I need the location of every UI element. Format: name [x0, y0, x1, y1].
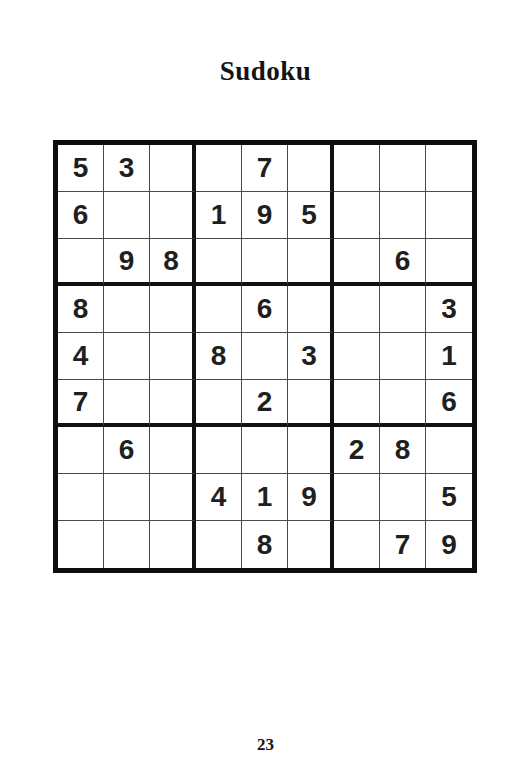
sudoku-cell-r4c8 [380, 286, 426, 333]
sudoku-cell-r6c2 [104, 380, 150, 427]
sudoku-cell-r4c7 [334, 286, 380, 333]
sudoku-cell-r4c5: 6 [242, 286, 288, 333]
sudoku-cell-r2c3 [150, 192, 196, 239]
sudoku-cell-r7c9 [426, 427, 472, 474]
sudoku-cell-r7c5 [242, 427, 288, 474]
sudoku-cell-r9c9: 9 [426, 521, 472, 568]
sudoku-cell-r3c3: 8 [150, 239, 196, 286]
sudoku-cell-r9c7 [334, 521, 380, 568]
sudoku-cell-r9c5: 8 [242, 521, 288, 568]
sudoku-cell-r8c4: 4 [196, 474, 242, 521]
sudoku-cell-r7c8: 8 [380, 427, 426, 474]
sudoku-cell-r5c8 [380, 333, 426, 380]
sudoku-cell-r8c1 [58, 474, 104, 521]
sudoku-cell-r6c8 [380, 380, 426, 427]
sudoku-cell-r3c2: 9 [104, 239, 150, 286]
sudoku-cell-r3c4 [196, 239, 242, 286]
sudoku-cell-r1c3 [150, 145, 196, 192]
sudoku-cell-r8c8 [380, 474, 426, 521]
sudoku-cell-r8c6: 9 [288, 474, 334, 521]
sudoku-cell-r3c9 [426, 239, 472, 286]
sudoku-cell-r2c6: 5 [288, 192, 334, 239]
sudoku-cell-r5c9: 1 [426, 333, 472, 380]
sudoku-cell-r2c7 [334, 192, 380, 239]
sudoku-cell-r5c7 [334, 333, 380, 380]
sudoku-cell-r7c7: 2 [334, 427, 380, 474]
sudoku-cell-r6c5: 2 [242, 380, 288, 427]
sudoku-cell-r3c8: 6 [380, 239, 426, 286]
sudoku-cell-r3c5 [242, 239, 288, 286]
sudoku-cell-r4c6 [288, 286, 334, 333]
sudoku-cell-r2c8 [380, 192, 426, 239]
sudoku-cell-r5c3 [150, 333, 196, 380]
sudoku-cell-r2c4: 1 [196, 192, 242, 239]
sudoku-cell-r9c4 [196, 521, 242, 568]
sudoku-cell-r2c2 [104, 192, 150, 239]
sudoku-cell-r5c2 [104, 333, 150, 380]
sudoku-cell-r8c3 [150, 474, 196, 521]
sudoku-cell-r2c1: 6 [58, 192, 104, 239]
sudoku-cell-r7c3 [150, 427, 196, 474]
sudoku-cell-r8c9: 5 [426, 474, 472, 521]
sudoku-cell-r6c9: 6 [426, 380, 472, 427]
sudoku-cell-r9c6 [288, 521, 334, 568]
sudoku-cell-r1c5: 7 [242, 145, 288, 192]
sudoku-cell-r1c7 [334, 145, 380, 192]
sudoku-cell-r1c4 [196, 145, 242, 192]
sudoku-cell-r3c1 [58, 239, 104, 286]
sudoku-cell-r1c6 [288, 145, 334, 192]
sudoku-cell-r5c6: 3 [288, 333, 334, 380]
sudoku-cell-r7c1 [58, 427, 104, 474]
sudoku-cell-r5c1: 4 [58, 333, 104, 380]
sudoku-cell-r6c3 [150, 380, 196, 427]
sudoku-cell-r4c2 [104, 286, 150, 333]
page-title: Sudoku [0, 56, 531, 87]
sudoku-grid: 537619598686348317266284195879 [58, 145, 472, 568]
sudoku-cell-r2c9 [426, 192, 472, 239]
sudoku-cell-r9c2 [104, 521, 150, 568]
sudoku-cell-r9c8: 7 [380, 521, 426, 568]
sudoku-cell-r6c1: 7 [58, 380, 104, 427]
sudoku-cell-r7c4 [196, 427, 242, 474]
sudoku-cell-r7c6 [288, 427, 334, 474]
sudoku-cell-r5c4: 8 [196, 333, 242, 380]
sudoku-cell-r1c8 [380, 145, 426, 192]
sudoku-cell-r1c1: 5 [58, 145, 104, 192]
sudoku-cell-r2c5: 9 [242, 192, 288, 239]
page-number: 23 [0, 735, 531, 755]
sudoku-cell-r6c4 [196, 380, 242, 427]
sudoku-cell-r1c9 [426, 145, 472, 192]
sudoku-cell-r4c3 [150, 286, 196, 333]
sudoku-board: 537619598686348317266284195879 [53, 140, 477, 573]
sudoku-cell-r9c3 [150, 521, 196, 568]
sudoku-cell-r3c7 [334, 239, 380, 286]
sudoku-cell-r8c5: 1 [242, 474, 288, 521]
sudoku-cell-r4c4 [196, 286, 242, 333]
page: Sudoku 537619598686348317266284195879 23 [0, 0, 531, 775]
sudoku-cell-r9c1 [58, 521, 104, 568]
sudoku-cell-r7c2: 6 [104, 427, 150, 474]
sudoku-cell-r1c2: 3 [104, 145, 150, 192]
sudoku-cell-r8c2 [104, 474, 150, 521]
sudoku-cell-r6c6 [288, 380, 334, 427]
sudoku-cell-r8c7 [334, 474, 380, 521]
sudoku-cell-r6c7 [334, 380, 380, 427]
sudoku-cell-r3c6 [288, 239, 334, 286]
sudoku-cell-r5c5 [242, 333, 288, 380]
sudoku-cell-r4c1: 8 [58, 286, 104, 333]
sudoku-cell-r4c9: 3 [426, 286, 472, 333]
